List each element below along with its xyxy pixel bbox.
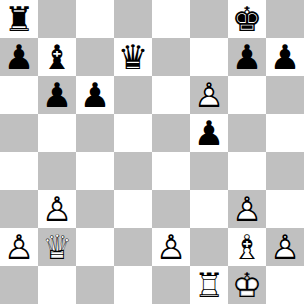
piece-glyph: ♟ bbox=[190, 114, 228, 152]
square-d2[interactable] bbox=[114, 228, 152, 266]
square-h6[interactable] bbox=[266, 76, 304, 114]
square-f5[interactable]: ♟ bbox=[190, 114, 228, 152]
square-d4[interactable] bbox=[114, 152, 152, 190]
black-pawn[interactable]: ♟ bbox=[266, 38, 304, 76]
piece-outline-layer: ♖ bbox=[190, 266, 228, 304]
square-c4[interactable] bbox=[76, 152, 114, 190]
square-a1[interactable] bbox=[0, 266, 38, 304]
square-f3[interactable] bbox=[190, 190, 228, 228]
piece-glyph: ♚ bbox=[228, 0, 266, 38]
square-a6[interactable] bbox=[0, 76, 38, 114]
white-queen[interactable]: ♛♕ bbox=[38, 228, 76, 266]
black-king[interactable]: ♚ bbox=[228, 0, 266, 38]
white-king[interactable]: ♚♔ bbox=[228, 266, 266, 304]
square-a5[interactable] bbox=[0, 114, 38, 152]
square-a3[interactable] bbox=[0, 190, 38, 228]
square-g7[interactable]: ♟ bbox=[228, 38, 266, 76]
square-h8[interactable] bbox=[266, 0, 304, 38]
white-pawn[interactable]: ♟♙ bbox=[190, 76, 228, 114]
black-pawn[interactable]: ♟ bbox=[38, 76, 76, 114]
piece-outline-layer: ♙ bbox=[152, 228, 190, 266]
square-b1[interactable] bbox=[38, 266, 76, 304]
piece-glyph: ♛ bbox=[114, 38, 152, 76]
square-e6[interactable] bbox=[152, 76, 190, 114]
piece-glyph: ♝ bbox=[38, 38, 76, 76]
square-c6[interactable]: ♟ bbox=[76, 76, 114, 114]
white-pawn[interactable]: ♟♙ bbox=[38, 190, 76, 228]
square-c2[interactable] bbox=[76, 228, 114, 266]
square-h7[interactable]: ♟ bbox=[266, 38, 304, 76]
square-d1[interactable] bbox=[114, 266, 152, 304]
square-f2[interactable] bbox=[190, 228, 228, 266]
piece-outline-layer: ♙ bbox=[190, 76, 228, 114]
square-h5[interactable] bbox=[266, 114, 304, 152]
square-h1[interactable] bbox=[266, 266, 304, 304]
piece-glyph: ♟ bbox=[228, 38, 266, 76]
square-d3[interactable] bbox=[114, 190, 152, 228]
square-f4[interactable] bbox=[190, 152, 228, 190]
square-a4[interactable] bbox=[0, 152, 38, 190]
piece-glyph: ♟ bbox=[266, 38, 304, 76]
black-pawn[interactable]: ♟ bbox=[0, 38, 38, 76]
square-b8[interactable] bbox=[38, 0, 76, 38]
black-queen[interactable]: ♛ bbox=[114, 38, 152, 76]
square-b6[interactable]: ♟ bbox=[38, 76, 76, 114]
square-e1[interactable] bbox=[152, 266, 190, 304]
piece-glyph: ♟ bbox=[0, 38, 38, 76]
square-f6[interactable]: ♟♙ bbox=[190, 76, 228, 114]
square-g3[interactable]: ♟♙ bbox=[228, 190, 266, 228]
piece-outline-layer: ♙ bbox=[0, 228, 38, 266]
piece-outline-layer: ♕ bbox=[38, 228, 76, 266]
square-e5[interactable] bbox=[152, 114, 190, 152]
square-d6[interactable] bbox=[114, 76, 152, 114]
black-bishop[interactable]: ♝ bbox=[38, 38, 76, 76]
black-pawn[interactable]: ♟ bbox=[76, 76, 114, 114]
chessboard: ♜♚♟♝♛♟♟♟♟♟♙♟♟♙♟♙♟♙♛♕♟♙♝♗♟♙♜♖♚♔ bbox=[0, 0, 304, 304]
square-e8[interactable] bbox=[152, 0, 190, 38]
square-d7[interactable]: ♛ bbox=[114, 38, 152, 76]
square-g8[interactable]: ♚ bbox=[228, 0, 266, 38]
square-b3[interactable]: ♟♙ bbox=[38, 190, 76, 228]
square-a8[interactable]: ♜ bbox=[0, 0, 38, 38]
square-e2[interactable]: ♟♙ bbox=[152, 228, 190, 266]
square-b4[interactable] bbox=[38, 152, 76, 190]
square-a2[interactable]: ♟♙ bbox=[0, 228, 38, 266]
square-f8[interactable] bbox=[190, 0, 228, 38]
square-g4[interactable] bbox=[228, 152, 266, 190]
white-rook[interactable]: ♜♖ bbox=[190, 266, 228, 304]
square-h3[interactable] bbox=[266, 190, 304, 228]
square-e3[interactable] bbox=[152, 190, 190, 228]
square-c7[interactable] bbox=[76, 38, 114, 76]
black-pawn[interactable]: ♟ bbox=[190, 114, 228, 152]
square-h4[interactable] bbox=[266, 152, 304, 190]
piece-outline-layer: ♔ bbox=[228, 266, 266, 304]
square-h2[interactable]: ♟♙ bbox=[266, 228, 304, 266]
square-c3[interactable] bbox=[76, 190, 114, 228]
piece-glyph: ♟ bbox=[76, 76, 114, 114]
square-g6[interactable] bbox=[228, 76, 266, 114]
square-f7[interactable] bbox=[190, 38, 228, 76]
piece-outline-layer: ♙ bbox=[266, 228, 304, 266]
square-d8[interactable] bbox=[114, 0, 152, 38]
white-pawn[interactable]: ♟♙ bbox=[228, 190, 266, 228]
square-f1[interactable]: ♜♖ bbox=[190, 266, 228, 304]
white-pawn[interactable]: ♟♙ bbox=[0, 228, 38, 266]
piece-outline-layer: ♗ bbox=[228, 228, 266, 266]
square-g5[interactable] bbox=[228, 114, 266, 152]
square-b7[interactable]: ♝ bbox=[38, 38, 76, 76]
black-pawn[interactable]: ♟ bbox=[228, 38, 266, 76]
white-bishop[interactable]: ♝♗ bbox=[228, 228, 266, 266]
square-b2[interactable]: ♛♕ bbox=[38, 228, 76, 266]
white-pawn[interactable]: ♟♙ bbox=[152, 228, 190, 266]
piece-outline-layer: ♙ bbox=[38, 190, 76, 228]
square-c1[interactable] bbox=[76, 266, 114, 304]
piece-outline-layer: ♙ bbox=[228, 190, 266, 228]
square-g2[interactable]: ♝♗ bbox=[228, 228, 266, 266]
square-e4[interactable] bbox=[152, 152, 190, 190]
square-g1[interactable]: ♚♔ bbox=[228, 266, 266, 304]
piece-glyph: ♜ bbox=[0, 0, 38, 38]
square-d5[interactable] bbox=[114, 114, 152, 152]
piece-glyph: ♟ bbox=[38, 76, 76, 114]
square-b5[interactable] bbox=[38, 114, 76, 152]
black-rook[interactable]: ♜ bbox=[0, 0, 38, 38]
square-c5[interactable] bbox=[76, 114, 114, 152]
square-e7[interactable] bbox=[152, 38, 190, 76]
square-a7[interactable]: ♟ bbox=[0, 38, 38, 76]
white-pawn[interactable]: ♟♙ bbox=[266, 228, 304, 266]
square-c8[interactable] bbox=[76, 0, 114, 38]
